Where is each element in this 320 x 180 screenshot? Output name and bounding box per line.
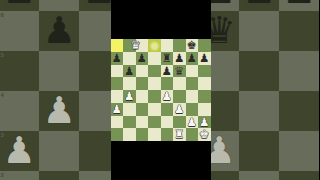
square-b4[interactable]: ♟	[123, 90, 136, 103]
black-pawn[interactable]: ♟	[161, 65, 174, 78]
square-a4[interactable]	[111, 90, 124, 103]
bg-black-pawn: ♟	[239, 0, 279, 11]
square-d6[interactable]	[148, 65, 161, 78]
bg-white-pawn: ♟	[0, 131, 39, 171]
bg-square-b5	[39, 51, 79, 91]
square-h4[interactable]	[198, 90, 211, 103]
white-rook[interactable]: ♜	[173, 128, 186, 141]
square-h8[interactable]	[198, 39, 211, 52]
black-rook[interactable]: ♜	[161, 52, 174, 65]
square-h3[interactable]	[198, 103, 211, 116]
square-d1[interactable]	[148, 128, 161, 141]
black-pawn[interactable]: ♟	[173, 52, 186, 65]
bg-square-a6: 6	[0, 11, 39, 51]
square-h5[interactable]	[198, 77, 211, 90]
square-d2[interactable]	[148, 116, 161, 129]
square-g8[interactable]: ♚	[186, 39, 199, 52]
square-g6[interactable]	[186, 65, 199, 78]
video-frame: ♟♟♟♟♟6♟♛54♟3♟♟2 ♚♟♟♜♟♟♟♟♟♛♟♟♟♟♟♟♜♚♛	[0, 0, 320, 180]
square-h6[interactable]	[198, 65, 211, 78]
square-e2[interactable]	[161, 116, 174, 129]
square-e3[interactable]	[161, 103, 174, 116]
square-b2[interactable]	[123, 116, 136, 129]
square-c1[interactable]	[136, 128, 149, 141]
square-f3[interactable]: ♟	[173, 103, 186, 116]
bg-rank-label: 6	[1, 12, 4, 19]
white-pawn[interactable]: ♟	[123, 90, 136, 103]
bg-white-pawn: ♟	[39, 91, 79, 131]
bg-square-g5	[239, 51, 279, 91]
bg-square-g4	[239, 91, 279, 131]
square-a1[interactable]	[111, 128, 124, 141]
bg-square-b4: ♟	[39, 91, 79, 131]
black-pawn[interactable]: ♟	[111, 52, 124, 65]
square-c7[interactable]: ♟	[136, 52, 149, 65]
white-pawn[interactable]: ♟	[173, 103, 186, 116]
black-pawn[interactable]: ♟	[198, 52, 211, 65]
bg-square-h4	[279, 91, 319, 131]
square-a6[interactable]	[111, 65, 124, 78]
square-a5[interactable]	[111, 77, 124, 90]
square-d8[interactable]	[148, 39, 161, 52]
bg-black-pawn: ♟	[279, 0, 319, 11]
square-a8[interactable]	[111, 39, 124, 52]
square-f6[interactable]: ♛	[173, 65, 186, 78]
square-g7[interactable]: ♟	[186, 52, 199, 65]
bg-square-g2	[239, 171, 279, 180]
white-queen-in-transit[interactable]: ♛	[130, 39, 143, 52]
square-f5[interactable]	[173, 77, 186, 90]
bg-black-pawn: ♟	[39, 11, 79, 51]
bg-square-a2: 2	[0, 171, 39, 180]
square-g4[interactable]	[186, 90, 199, 103]
bg-square-h6	[279, 11, 319, 51]
square-a2[interactable]	[111, 116, 124, 129]
square-e1[interactable]	[161, 128, 174, 141]
square-b6[interactable]: ♟	[123, 65, 136, 78]
bg-square-b2	[39, 171, 79, 180]
square-c6[interactable]	[136, 65, 149, 78]
square-f7[interactable]: ♟	[173, 52, 186, 65]
square-b1[interactable]	[123, 128, 136, 141]
bg-square-b6: ♟	[39, 11, 79, 51]
bg-square-h7: ♟	[279, 0, 319, 11]
black-king[interactable]: ♚	[186, 39, 199, 52]
white-pawn[interactable]: ♟	[186, 116, 199, 129]
square-a7[interactable]: ♟	[111, 52, 124, 65]
square-f1[interactable]: ♜	[173, 128, 186, 141]
square-h1[interactable]: ♚	[198, 128, 211, 141]
black-queen[interactable]: ♛	[173, 65, 186, 78]
bg-square-h2	[279, 171, 319, 180]
bg-square-h5	[279, 51, 319, 91]
black-pawn[interactable]: ♟	[136, 52, 149, 65]
square-d3[interactable]	[148, 103, 161, 116]
square-b3[interactable]	[123, 103, 136, 116]
square-e4[interactable]: ♟	[161, 90, 174, 103]
square-c5[interactable]	[136, 77, 149, 90]
square-d7[interactable]	[148, 52, 161, 65]
bg-rank-label: 5	[1, 52, 4, 59]
black-pawn[interactable]: ♟	[186, 52, 199, 65]
white-pawn[interactable]: ♟	[161, 90, 174, 103]
bg-square-a4: 4	[0, 91, 39, 131]
bg-square-a5: 5	[0, 51, 39, 91]
square-g1[interactable]	[186, 128, 199, 141]
bg-rank-label: 2	[1, 172, 4, 179]
bg-rank-label: 4	[1, 92, 4, 99]
square-f4[interactable]	[173, 90, 186, 103]
square-c2[interactable]	[136, 116, 149, 129]
bg-square-g3	[239, 131, 279, 171]
square-d4[interactable]	[148, 90, 161, 103]
black-pawn[interactable]: ♟	[123, 65, 136, 78]
bg-black-pawn: ♟	[0, 0, 39, 11]
square-f8[interactable]	[173, 39, 186, 52]
chess-board[interactable]: ♚♟♟♜♟♟♟♟♟♛♟♟♟♟♟♟♜♚♛	[111, 39, 211, 141]
bg-square-g7: ♟	[239, 0, 279, 11]
square-h7[interactable]: ♟	[198, 52, 211, 65]
bg-square-g6	[239, 11, 279, 51]
square-g2[interactable]: ♟	[186, 116, 199, 129]
square-b7[interactable]	[123, 52, 136, 65]
bg-square-h3	[279, 131, 319, 171]
square-e8[interactable]	[161, 39, 174, 52]
square-e6[interactable]: ♟	[161, 65, 174, 78]
square-c4[interactable]	[136, 90, 149, 103]
white-pawn[interactable]: ♟	[111, 103, 124, 116]
bg-square-a7: ♟	[0, 0, 39, 11]
square-a3[interactable]: ♟	[111, 103, 124, 116]
square-c3[interactable]	[136, 103, 149, 116]
bg-square-b3	[39, 131, 79, 171]
bg-square-a3: 3♟	[0, 131, 39, 171]
square-e7[interactable]: ♜	[161, 52, 174, 65]
square-d5[interactable]	[148, 77, 161, 90]
square-g5[interactable]	[186, 77, 199, 90]
square-g3[interactable]	[186, 103, 199, 116]
white-king[interactable]: ♚	[198, 128, 211, 141]
